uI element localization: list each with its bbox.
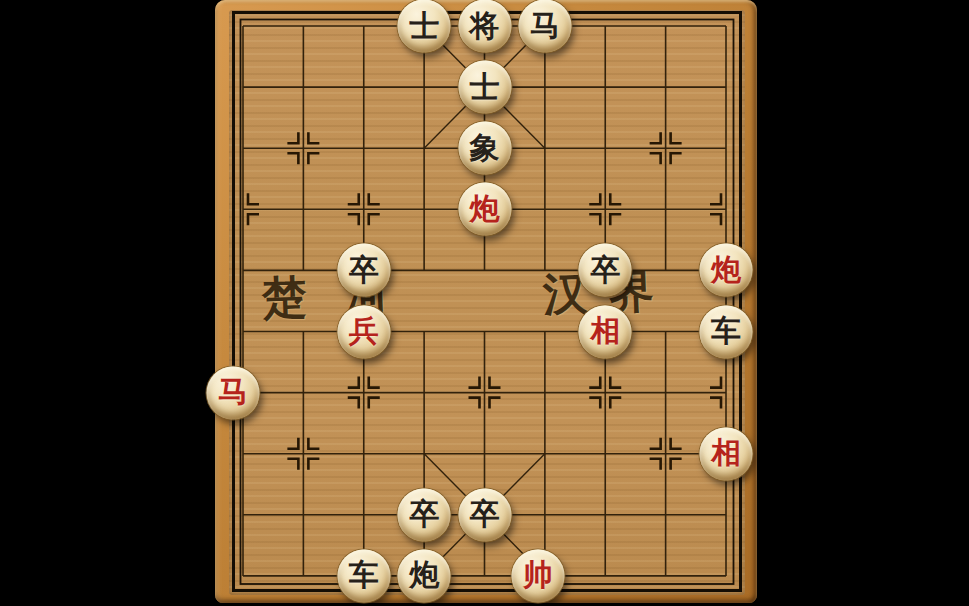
piece-label: 卒 xyxy=(409,499,439,529)
piece-black-cannon[interactable]: 炮 xyxy=(398,549,451,602)
piece-red-general[interactable]: 帅 xyxy=(511,549,564,602)
piece-black-chariot[interactable]: 车 xyxy=(700,305,753,358)
piece-label: 相 xyxy=(711,438,741,468)
piece-label: 炮 xyxy=(711,254,741,284)
piece-label: 卒 xyxy=(590,254,620,284)
piece-black-advisor[interactable]: 士 xyxy=(398,0,451,53)
piece-red-cannon[interactable]: 炮 xyxy=(458,183,511,236)
piece-label: 帅 xyxy=(523,560,553,590)
piece-label: 兵 xyxy=(349,316,379,346)
piece-label: 车 xyxy=(349,560,379,590)
piece-label: 卒 xyxy=(349,254,379,284)
piece-red-cannon[interactable]: 炮 xyxy=(700,244,753,297)
piece-black-general[interactable]: 将 xyxy=(458,0,511,53)
piece-label: 炮 xyxy=(470,193,500,223)
piece-red-elephant[interactable]: 相 xyxy=(700,427,753,480)
piece-label: 卒 xyxy=(470,499,500,529)
piece-black-pawn[interactable]: 卒 xyxy=(337,244,390,297)
piece-black-pawn[interactable]: 卒 xyxy=(458,488,511,541)
piece-red-pawn[interactable]: 兵 xyxy=(337,305,390,358)
piece-label: 士 xyxy=(470,71,500,101)
piece-black-chariot[interactable]: 车 xyxy=(337,549,390,602)
piece-label: 相 xyxy=(590,316,620,346)
piece-black-advisor[interactable]: 士 xyxy=(458,61,511,114)
piece-label: 象 xyxy=(470,132,500,162)
piece-black-horse[interactable]: 马 xyxy=(518,0,571,53)
piece-label: 马 xyxy=(218,377,248,407)
piece-black-pawn[interactable]: 卒 xyxy=(398,488,451,541)
piece-red-elephant[interactable]: 相 xyxy=(579,305,632,358)
piece-label: 马 xyxy=(530,10,560,40)
xiangqi-app: 楚河 汉界 士将马士象炮卒卒炮兵相车马相卒卒车炮帅 xyxy=(0,0,969,606)
piece-label: 车 xyxy=(711,316,741,346)
piece-black-pawn[interactable]: 卒 xyxy=(579,244,632,297)
piece-label: 炮 xyxy=(409,560,439,590)
piece-red-horse[interactable]: 马 xyxy=(207,366,260,419)
piece-black-elephant[interactable]: 象 xyxy=(458,122,511,175)
piece-label: 将 xyxy=(470,10,500,40)
piece-label: 士 xyxy=(409,10,439,40)
